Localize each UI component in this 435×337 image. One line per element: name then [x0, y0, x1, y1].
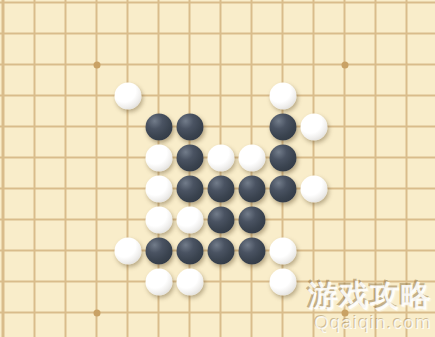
white-stone — [114, 237, 141, 264]
star-point — [341, 61, 348, 68]
star-point — [341, 309, 348, 316]
white-stone — [269, 82, 296, 109]
white-stone — [145, 268, 172, 295]
black-stone — [176, 175, 203, 202]
black-stone — [176, 144, 203, 171]
white-stone — [176, 206, 203, 233]
white-stone — [269, 268, 296, 295]
black-stone — [269, 113, 296, 140]
white-stone — [145, 144, 172, 171]
screenshot: 游戏攻略 Qqaiqin.com — [0, 0, 435, 337]
white-stone — [300, 175, 327, 202]
white-stone — [176, 268, 203, 295]
white-stone — [269, 237, 296, 264]
black-stone — [207, 175, 234, 202]
star-point — [93, 309, 100, 316]
white-stone — [300, 113, 327, 140]
black-stone — [207, 237, 234, 264]
black-stone — [176, 237, 203, 264]
white-stone — [238, 144, 265, 171]
black-stone — [269, 175, 296, 202]
black-stone — [145, 237, 172, 264]
black-stone — [238, 175, 265, 202]
black-stone — [207, 206, 234, 233]
white-stone — [145, 175, 172, 202]
black-stone — [145, 113, 172, 140]
black-stone — [176, 113, 203, 140]
white-stone — [114, 82, 141, 109]
black-stone — [238, 237, 265, 264]
white-stone — [207, 144, 234, 171]
black-stone — [238, 206, 265, 233]
white-stone — [145, 206, 172, 233]
star-point — [93, 61, 100, 68]
black-stone — [269, 144, 296, 171]
gomoku-board[interactable] — [0, 0, 435, 337]
